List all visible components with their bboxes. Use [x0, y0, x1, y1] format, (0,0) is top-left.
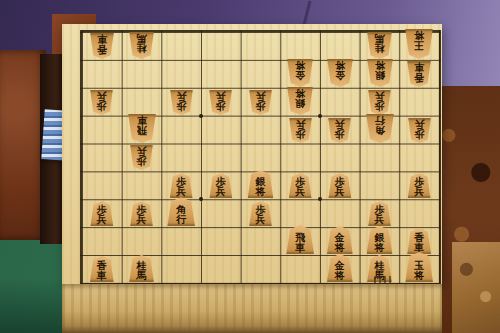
piece-black-pawn-8g[interactable]: 歩兵 [130, 201, 153, 226]
piece-black-gold-3i[interactable]: 金将 [327, 254, 353, 282]
piece-kanji: 将 [375, 243, 385, 253]
piece-white-pawn-7c[interactable]: 歩兵 [170, 90, 193, 115]
piece-black-pawn-9g[interactable]: 歩兵 [90, 201, 113, 226]
piece-black-lance-1h[interactable]: 香車 [407, 228, 431, 254]
piece-kanji: 兵 [414, 118, 424, 128]
piece-white-pawn-3d[interactable]: 歩兵 [328, 118, 351, 143]
piece-kanji: 兵 [295, 187, 305, 197]
piece-kanji: 兵 [375, 91, 385, 101]
piece-kanji: 兵 [335, 118, 345, 128]
piece-kanji: 将 [335, 60, 345, 70]
piece-white-rook-8d[interactable]: 飛車 [128, 114, 156, 143]
piece-white-lance-9a[interactable]: 香車 [90, 33, 114, 59]
piece-kanji: 行 [375, 114, 385, 124]
piece-kanji: 兵 [137, 146, 147, 156]
piece-white-pawn-9c[interactable]: 歩兵 [90, 90, 113, 115]
piece-kanji: 車 [414, 62, 424, 72]
piece-kanji: 将 [335, 271, 345, 281]
piece-black-pawn-2g[interactable]: 歩兵 [368, 201, 391, 226]
piece-white-knight-8a[interactable]: 桂馬 [129, 32, 154, 59]
board-front-face [62, 284, 442, 333]
piece-kanji: 兵 [256, 215, 266, 225]
piece-black-pawn-7f[interactable]: 歩兵 [170, 173, 193, 198]
piece-white-knight-2a[interactable]: 桂馬 [367, 32, 392, 59]
piece-black-pawn-3f[interactable]: 歩兵 [328, 173, 351, 198]
piece-kanji: 歩 [137, 156, 147, 166]
scene: 香車桂馬桂馬王将金将金将銀将香車歩兵歩兵歩兵歩兵銀将歩兵飛車歩兵歩兵角行歩兵歩兵… [0, 0, 500, 333]
piece-kanji: 兵 [216, 187, 226, 197]
piece-black-pawn-1f[interactable]: 歩兵 [408, 173, 431, 198]
piece-kanji: 香 [97, 44, 107, 54]
piece-white-gold-4b[interactable]: 金将 [287, 59, 313, 87]
piece-black-silver-2h[interactable]: 銀将 [367, 226, 393, 254]
piece-kanji: 車 [414, 243, 424, 253]
piece-kanji: 将 [414, 30, 424, 40]
piece-kanji: 兵 [295, 118, 305, 128]
piece-white-pawn-2c[interactable]: 歩兵 [368, 90, 391, 115]
piece-kanji: 兵 [176, 187, 186, 197]
maker-signature [374, 276, 394, 284]
star-point [199, 114, 203, 118]
piece-kanji: 兵 [216, 91, 226, 101]
piece-kanji: 将 [256, 187, 266, 197]
piece-white-gold-3b[interactable]: 金将 [327, 59, 353, 87]
piece-white-bishop-2d[interactable]: 角行 [366, 114, 394, 143]
piece-kanji: 桂 [375, 43, 385, 53]
piece-kanji: 兵 [97, 215, 107, 225]
piece-black-pawn-5g[interactable]: 歩兵 [249, 201, 272, 226]
star-point [318, 197, 322, 201]
piece-kanji: 馬 [375, 33, 385, 43]
right-table-corner [452, 242, 500, 333]
piece-black-knight-8i[interactable]: 桂馬 [129, 255, 154, 282]
star-point [199, 197, 203, 201]
piece-white-silver-4c[interactable]: 銀将 [287, 87, 313, 115]
piece-kanji: 王 [414, 40, 424, 50]
piece-black-gold-3h[interactable]: 金将 [327, 226, 353, 254]
star-point [318, 114, 322, 118]
piece-white-silver-2b[interactable]: 銀将 [367, 59, 393, 87]
piece-black-lance-9i[interactable]: 香車 [90, 256, 114, 282]
piece-kanji: 将 [295, 88, 305, 98]
piece-kanji: 香 [414, 72, 424, 82]
shogi-board: 香車桂馬桂馬王将金将金将銀将香車歩兵歩兵歩兵歩兵銀将歩兵飛車歩兵歩兵角行歩兵歩兵… [62, 24, 442, 284]
piece-white-lance-1b[interactable]: 香車 [407, 61, 431, 87]
piece-black-bishop-7g[interactable]: 角行 [167, 197, 195, 226]
piece-kanji: 銀 [375, 70, 385, 80]
piece-kanji: 車 [137, 114, 147, 124]
piece-white-pawn-5c[interactable]: 歩兵 [249, 90, 272, 115]
piece-black-rook-4h[interactable]: 飛車 [286, 225, 314, 254]
board-grid[interactable]: 香車桂馬桂馬王将金将金将銀将香車歩兵歩兵歩兵歩兵銀将歩兵飛車歩兵歩兵角行歩兵歩兵… [80, 30, 441, 285]
piece-kanji: 行 [176, 215, 186, 225]
piece-kanji: 兵 [137, 215, 147, 225]
piece-white-pawn-6c[interactable]: 歩兵 [209, 90, 232, 115]
piece-kanji: 兵 [256, 91, 266, 101]
piece-black-silver-5f[interactable]: 銀将 [248, 170, 274, 198]
piece-kanji: 兵 [414, 187, 424, 197]
piece-kanji: 将 [375, 60, 385, 70]
piece-kanji: 金 [295, 70, 305, 80]
piece-black-pawn-6f[interactable]: 歩兵 [209, 173, 232, 198]
piece-white-king-1a[interactable]: 王将 [405, 29, 433, 59]
piece-kanji: 将 [335, 243, 345, 253]
piece-kanji: 金 [335, 70, 345, 80]
piece-kanji: 桂 [137, 43, 147, 53]
piece-kanji: 車 [97, 271, 107, 281]
piece-kanji: 兵 [375, 215, 385, 225]
piece-black-pawn-4f[interactable]: 歩兵 [289, 173, 312, 198]
piece-kanji: 将 [295, 60, 305, 70]
piece-kanji: 兵 [97, 91, 107, 101]
piece-white-pawn-8e[interactable]: 歩兵 [130, 145, 153, 170]
piece-white-pawn-4d[interactable]: 歩兵 [289, 118, 312, 143]
piece-white-pawn-1d[interactable]: 歩兵 [408, 118, 431, 143]
piece-kanji: 兵 [176, 91, 186, 101]
piece-kanji: 将 [414, 271, 424, 281]
piece-kanji: 車 [295, 243, 305, 253]
piece-kanji: 兵 [335, 187, 345, 197]
piece-kanji: 馬 [137, 271, 147, 281]
piece-kanji: 車 [97, 34, 107, 44]
piece-black-king-1i[interactable]: 玉将 [405, 252, 433, 282]
piece-kanji: 馬 [137, 33, 147, 43]
